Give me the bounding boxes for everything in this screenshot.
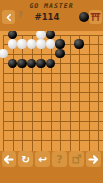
refresh-icon: ↻	[21, 154, 30, 165]
go-board[interactable]	[0, 31, 103, 151]
next-problem-button[interactable]	[86, 151, 100, 167]
go-master-app: GO MASTER ? #114 ↻↩?	[0, 0, 103, 183]
grid-vline	[32, 35, 33, 152]
back-button[interactable]	[2, 10, 15, 24]
solution-button[interactable]	[69, 151, 83, 167]
chevron-left-icon	[5, 10, 13, 25]
grid-vline	[79, 35, 80, 152]
hint-button[interactable]: ?	[52, 151, 66, 167]
grid-vline	[13, 35, 14, 152]
undo-icon: ↩	[38, 154, 47, 165]
arrow-right-icon	[88, 154, 99, 165]
white-stone	[36, 31, 45, 39]
white-stone	[27, 39, 36, 48]
restart-button[interactable]: ↻	[18, 151, 32, 167]
black-stone	[36, 59, 45, 68]
problem-number: #114	[30, 12, 64, 22]
grid-vline	[22, 35, 23, 152]
grid-vline	[51, 35, 52, 152]
app-title: GO MASTER	[0, 2, 103, 10]
white-stone	[46, 39, 55, 48]
grid-vline	[89, 35, 90, 152]
prev-problem-button[interactable]	[2, 151, 16, 167]
white-stone	[17, 39, 26, 48]
help-icon[interactable]: ?	[18, 11, 23, 20]
black-stone	[27, 59, 36, 68]
grid-vline	[70, 35, 71, 152]
black-to-play-indicator	[79, 12, 89, 22]
grid-vline	[41, 35, 42, 152]
black-stone	[17, 59, 26, 68]
black-stone	[46, 31, 55, 39]
white-stone	[0, 49, 8, 58]
black-stone	[46, 59, 55, 68]
arrow-left-icon	[3, 154, 14, 165]
black-stone	[55, 39, 64, 48]
undo-button[interactable]: ↩	[35, 151, 49, 167]
rank-button[interactable]	[89, 10, 102, 24]
black-stone	[8, 59, 17, 68]
white-stone	[36, 39, 45, 48]
black-stone	[8, 31, 17, 39]
toolbar: ↻↩?	[0, 151, 103, 167]
white-stone	[8, 39, 17, 48]
black-stone	[74, 39, 83, 48]
box-arrow-icon	[72, 154, 82, 164]
question-icon: ?	[57, 154, 63, 165]
grid-vline	[98, 35, 99, 152]
black-stone	[55, 49, 64, 58]
torii-gate-icon	[90, 10, 101, 25]
